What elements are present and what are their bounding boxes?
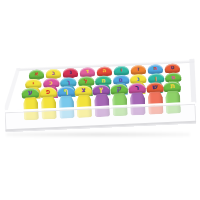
tray-shadow <box>6 132 190 137</box>
tray-right-wall <box>189 59 196 103</box>
stamp-letter: א <box>34 72 38 78</box>
stamp-letter: ג <box>69 70 72 76</box>
stamp-letter: ש <box>152 84 158 91</box>
stamp-letter: י <box>32 80 34 86</box>
stamp-letter: ם <box>119 76 123 82</box>
stamp-letter: ס <box>171 74 175 80</box>
product-photo: אבגדהוזחט יכךלמםנןס עפףצץקרשת <box>0 0 200 200</box>
stamp-letter: ב <box>52 71 56 77</box>
stamp-letter: ן <box>155 75 157 81</box>
stamp-letter: ל <box>84 78 88 84</box>
stamp-letter: מ <box>101 77 106 83</box>
stamp-letter: כ <box>49 80 53 86</box>
stamp-back-2: ב <box>46 69 61 79</box>
stamp-letter: ה <box>102 68 106 74</box>
stamp-letter: ד <box>86 69 89 75</box>
stamp-letter: ק <box>116 86 121 93</box>
stamp-letter: נ <box>137 76 140 82</box>
stamp-letter: ע <box>28 90 33 97</box>
stamp-set: אבגדהוזחט יכךלמםנןס עפףצץקרשת <box>2 54 197 141</box>
stamp-letter: ך <box>66 79 70 85</box>
stamp-letter: ץ <box>99 86 104 93</box>
stamp-letter: ר <box>135 85 140 92</box>
stamp-letter: ף <box>63 88 68 95</box>
stamp-letter: צ <box>81 87 86 94</box>
stamp-letter: ז <box>137 67 139 73</box>
stamp-letter: פ <box>46 89 51 96</box>
stamp-letter: ו <box>120 68 122 74</box>
stamp-letter: ט <box>170 65 174 71</box>
stamp-letter: ח <box>153 66 157 72</box>
tray-left-wall <box>3 68 23 113</box>
stamp-letter: ת <box>170 83 175 90</box>
